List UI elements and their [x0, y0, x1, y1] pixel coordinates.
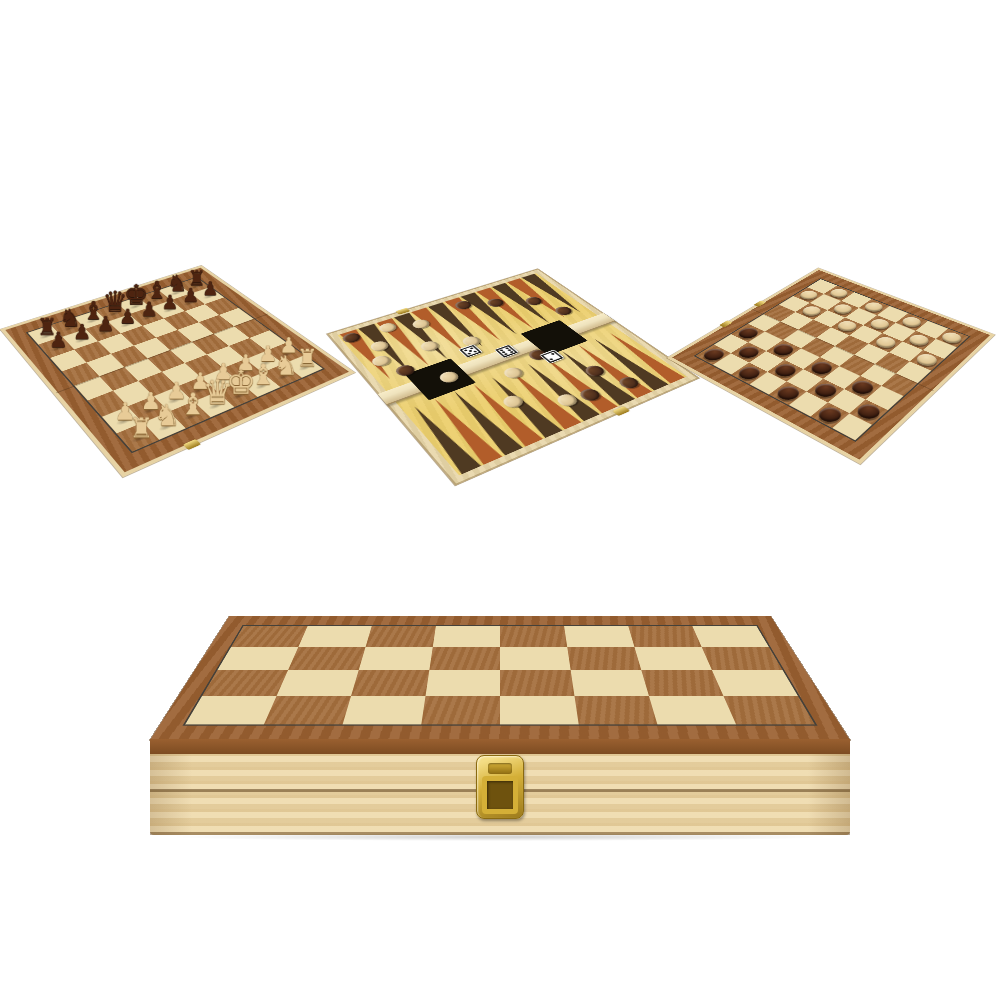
backgammon-point — [465, 381, 543, 447]
lid-square — [366, 626, 436, 647]
checkers-man-dark: ● — [700, 347, 728, 363]
chess-square — [74, 376, 113, 400]
checkers-man-dark: ● — [848, 378, 877, 396]
closed-box-checker-grid — [185, 626, 815, 724]
backgammon-point — [520, 361, 600, 421]
closed-box-lid-inner — [185, 626, 815, 724]
lid-square — [429, 647, 500, 670]
backgammon-point — [484, 374, 563, 438]
lid-square — [202, 670, 288, 696]
lid-square — [231, 626, 308, 647]
checkers-man-light: ● — [835, 319, 860, 333]
closed-box-photo — [150, 480, 850, 740]
checkers-square — [835, 335, 869, 354]
checkers-man-light: ● — [906, 333, 932, 348]
chess-grid: ♜♞♝♛♚♝♞♜♟♟♟♟♟♟♟♟♟♟♟♟♟♟♟♟♜♞♝♛♚♝♞♜ — [28, 278, 323, 452]
backgammon-checker-light — [501, 366, 526, 381]
lid-square — [264, 696, 351, 725]
backgammon-checker-dark — [577, 387, 604, 403]
lid-square — [185, 696, 276, 725]
lid-square — [351, 670, 429, 696]
latch-hook — [488, 763, 512, 774]
checkers-man-dark: ● — [773, 384, 802, 403]
chess-board-frame: ♜♞♝♛♚♝♞♜♟♟♟♟♟♟♟♟♟♟♟♟♟♟♟♟♜♞♝♛♚♝♞♜ — [5, 268, 349, 473]
backgammon-point — [446, 388, 523, 455]
lid-square — [433, 626, 500, 647]
lid-square — [421, 696, 500, 725]
product-collage: ♜♞♝♛♚♝♞♜♟♟♟♟♟♟♟♟♟♟♟♟♟♟♟♟♜♞♝♛♚♝♞♜ ⚄⚅⚁ — [0, 0, 1000, 1000]
closed-box-lid — [150, 616, 850, 740]
chess-square: ♟ — [245, 351, 283, 373]
chess-board: ♜♞♝♛♚♝♞♜♟♟♟♟♟♟♟♟♟♟♟♟♟♟♟♟♜♞♝♛♚♝♞♜ — [0, 265, 355, 477]
checkers-board-frame: ●●●●●●●●●●●●●●●●●●●●●●●● — [672, 270, 990, 460]
chess-board-photo: ♜♞♝♛♚♝♞♜♟♟♟♟♟♟♟♟♟♟♟♟♟♟♟♟♜♞♝♛♚♝♞♜ — [10, 190, 330, 510]
chess-square — [234, 319, 270, 338]
lid-square — [723, 696, 814, 725]
backgammon-point — [538, 355, 618, 414]
checkers-grid: ●●●●●●●●●●●●●●●●●●●●●●●● — [696, 279, 969, 440]
lid-square — [343, 696, 426, 725]
lid-square — [217, 647, 298, 670]
closed-box-frame-edge — [150, 739, 850, 754]
backgammon-box-photo: ⚄⚅⚁ — [345, 195, 665, 515]
backgammon-checker-dark — [616, 375, 642, 390]
backgammon-checker-light — [369, 354, 393, 368]
floor-shadow — [170, 833, 830, 841]
lid-square — [567, 647, 641, 670]
lid-square — [359, 647, 433, 670]
checkers-man-light: ● — [939, 331, 965, 346]
lid-square — [571, 670, 649, 696]
chess-playing-area: ♜♞♝♛♚♝♞♜♟♟♟♟♟♟♟♟♟♟♟♟♟♟♟♟♜♞♝♛♚♝♞♜ — [28, 278, 323, 452]
lid-square — [500, 696, 579, 725]
velvet-pad — [405, 358, 476, 400]
lid-square — [649, 696, 736, 725]
backgammon-interior: ⚄⚅⚁ — [338, 273, 687, 475]
board-pine-edge: ♜♞♝♛♚♝♞♜♟♟♟♟♟♟♟♟♟♟♟♟♟♟♟♟♜♞♝♛♚♝♞♜ — [0, 265, 355, 477]
lid-square — [277, 670, 359, 696]
backgammon-board: ⚄⚅⚁ — [327, 269, 700, 486]
board-pine-edge: ●●●●●●●●●●●●●●●●●●●●●●●● — [667, 268, 995, 464]
checkers-man-light: ● — [914, 352, 941, 368]
lid-square — [712, 670, 798, 696]
lid-square — [692, 626, 769, 647]
backgammon-point — [555, 348, 636, 405]
lid-square — [500, 647, 571, 670]
checkers-playing-area: ●●●●●●●●●●●●●●●●●●●●●●●● — [696, 279, 969, 440]
checkers-man-dark: ● — [808, 360, 836, 377]
closed-box-front — [150, 739, 850, 835]
checkers-board-photo: ●●●●●●●●●●●●●●●●●●●●●●●● — [675, 186, 995, 506]
lid-square — [564, 626, 634, 647]
checkers-square — [828, 389, 866, 413]
lid-square — [426, 670, 500, 696]
gold-latch-icon — [476, 755, 524, 819]
lid-square — [574, 696, 657, 725]
backgammon-point — [502, 368, 581, 430]
lid-square — [288, 647, 366, 670]
lid-square — [634, 647, 712, 670]
lid-square — [628, 626, 701, 647]
lid-square — [641, 670, 723, 696]
lid-square — [500, 626, 567, 647]
backgammon-checker-light — [437, 370, 462, 385]
lid-square — [298, 626, 371, 647]
lid-square — [702, 647, 783, 670]
checkers-square: ● — [696, 345, 731, 365]
chess-piece-P: ♟ — [245, 351, 283, 373]
checkers-board: ●●●●●●●●●●●●●●●●●●●●●●●● — [667, 268, 995, 464]
latch-loop — [482, 776, 518, 814]
lid-square — [500, 670, 574, 696]
